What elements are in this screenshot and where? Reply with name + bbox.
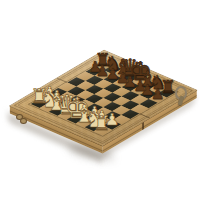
chess-set-photo: ♜♞♝♛♚♝♞♜♟♟♟♟♟♟♟♟♟♟♟♟♟♟♟♟♜♞♝♛♚♝♞♜	[0, 0, 200, 200]
fold-seam	[139, 113, 150, 118]
fold-seam-face	[142, 122, 143, 130]
hinge-pin	[20, 118, 27, 124]
